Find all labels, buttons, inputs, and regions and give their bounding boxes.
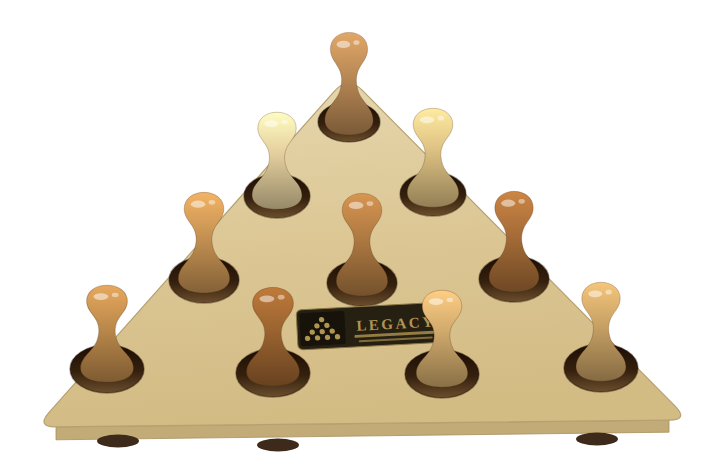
peg-r1c1[interactable] [325,32,373,135]
peg-highlight [605,290,611,295]
peg-body [325,32,373,135]
peg-highlight [264,120,278,127]
peg-highlight [349,202,364,209]
peg-highlight [447,298,454,303]
peg-highlight [353,40,359,45]
peg-board-scene: LEGACY [0,0,720,467]
peg-highlight [429,298,444,305]
peg-highlight [93,293,108,300]
peg-highlight [438,116,445,121]
peg-highlight [501,200,515,207]
peg-highlight [259,295,274,302]
peg-highlight [337,41,351,48]
peg-highlight [281,120,287,125]
board-foot-2 [257,439,299,452]
peg-highlight [191,201,206,208]
board-foot-3 [576,433,618,446]
plaque-logo-panel [299,311,346,346]
product-photo-stage: LEGACY [0,0,720,467]
peg-highlight [278,295,285,300]
peg-highlight [588,290,602,297]
peg-highlight [420,116,435,123]
peg-highlight [367,201,374,206]
peg-highlight [209,200,216,205]
peg-highlight [518,199,524,204]
peg-highlight [112,293,119,298]
board-foot-1 [97,435,139,448]
